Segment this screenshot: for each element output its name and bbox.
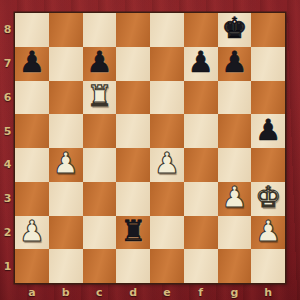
- file-label-b: b: [49, 284, 83, 300]
- square-h8[interactable]: [251, 13, 285, 47]
- board: ♚♟♟♟♟♜♟♟♟♟♚♟♜♟: [15, 13, 285, 283]
- square-d8[interactable]: [116, 13, 150, 47]
- square-f1[interactable]: [184, 249, 218, 283]
- square-c8[interactable]: [83, 13, 117, 47]
- piece-white-pawn-g3[interactable]: ♟: [221, 183, 247, 212]
- square-e3[interactable]: [150, 182, 184, 216]
- square-b6[interactable]: [49, 81, 83, 115]
- file-label-d: d: [116, 284, 150, 300]
- file-label-h: h: [251, 284, 285, 300]
- square-g5[interactable]: [218, 114, 252, 148]
- square-g3[interactable]: ♟: [218, 182, 252, 216]
- square-d4[interactable]: [116, 148, 150, 182]
- square-e1[interactable]: [150, 249, 184, 283]
- piece-black-pawn-h5[interactable]: ♟: [255, 116, 281, 145]
- file-label-e: e: [150, 284, 184, 300]
- file-labels: abcdefgh: [15, 284, 285, 300]
- square-g1[interactable]: [218, 249, 252, 283]
- square-c4[interactable]: [83, 148, 117, 182]
- square-h2[interactable]: ♟: [251, 216, 285, 250]
- square-a1[interactable]: [15, 249, 49, 283]
- file-label-f: f: [184, 284, 218, 300]
- square-g4[interactable]: [218, 148, 252, 182]
- file-label-a: a: [15, 284, 49, 300]
- square-f7[interactable]: ♟: [184, 47, 218, 81]
- square-f4[interactable]: [184, 148, 218, 182]
- square-b3[interactable]: [49, 182, 83, 216]
- rank-label-2: 2: [0, 216, 15, 250]
- square-a7[interactable]: ♟: [15, 47, 49, 81]
- file-label-g: g: [218, 284, 252, 300]
- square-b4[interactable]: ♟: [49, 148, 83, 182]
- square-f2[interactable]: [184, 216, 218, 250]
- square-f8[interactable]: [184, 13, 218, 47]
- square-c6[interactable]: ♜: [83, 81, 117, 115]
- square-h1[interactable]: [251, 249, 285, 283]
- square-f5[interactable]: [184, 114, 218, 148]
- square-d3[interactable]: [116, 182, 150, 216]
- piece-white-pawn-e4[interactable]: ♟: [154, 149, 180, 178]
- square-e4[interactable]: ♟: [150, 148, 184, 182]
- square-c7[interactable]: ♟: [83, 47, 117, 81]
- rank-label-8: 8: [0, 13, 15, 47]
- piece-white-pawn-h2[interactable]: ♟: [255, 217, 281, 246]
- square-e7[interactable]: [150, 47, 184, 81]
- square-h6[interactable]: [251, 81, 285, 115]
- square-h7[interactable]: [251, 47, 285, 81]
- square-h3[interactable]: ♚: [251, 182, 285, 216]
- square-b1[interactable]: [49, 249, 83, 283]
- square-e2[interactable]: [150, 216, 184, 250]
- square-h5[interactable]: ♟: [251, 114, 285, 148]
- square-e8[interactable]: [150, 13, 184, 47]
- square-c1[interactable]: [83, 249, 117, 283]
- rank-labels: 87654321: [0, 13, 15, 283]
- rank-label-5: 5: [0, 114, 15, 148]
- piece-white-pawn-a2[interactable]: ♟: [19, 217, 45, 246]
- square-a4[interactable]: [15, 148, 49, 182]
- square-a2[interactable]: ♟: [15, 216, 49, 250]
- square-e6[interactable]: [150, 81, 184, 115]
- square-b8[interactable]: [49, 13, 83, 47]
- piece-white-rook-c6[interactable]: ♜: [86, 82, 112, 111]
- square-b2[interactable]: [49, 216, 83, 250]
- square-b7[interactable]: [49, 47, 83, 81]
- square-g8[interactable]: ♚: [218, 13, 252, 47]
- chessboard-frame: 87654321 ♚♟♟♟♟♜♟♟♟♟♚♟♜♟ abcdefgh: [0, 0, 300, 300]
- square-a3[interactable]: [15, 182, 49, 216]
- square-b5[interactable]: [49, 114, 83, 148]
- square-g6[interactable]: [218, 81, 252, 115]
- rank-label-6: 6: [0, 81, 15, 115]
- square-h4[interactable]: [251, 148, 285, 182]
- square-c5[interactable]: [83, 114, 117, 148]
- file-label-c: c: [83, 284, 117, 300]
- square-a5[interactable]: [15, 114, 49, 148]
- square-a6[interactable]: [15, 81, 49, 115]
- piece-black-rook-d2[interactable]: ♜: [120, 217, 146, 246]
- square-d7[interactable]: [116, 47, 150, 81]
- square-g7[interactable]: ♟: [218, 47, 252, 81]
- piece-black-king-g8[interactable]: ♚: [221, 14, 247, 43]
- square-d1[interactable]: [116, 249, 150, 283]
- square-c3[interactable]: [83, 182, 117, 216]
- piece-black-pawn-g7[interactable]: ♟: [221, 48, 247, 77]
- rank-label-1: 1: [0, 249, 15, 283]
- piece-white-pawn-b4[interactable]: ♟: [53, 149, 79, 178]
- square-e5[interactable]: [150, 114, 184, 148]
- piece-black-pawn-a7[interactable]: ♟: [19, 48, 45, 77]
- square-a8[interactable]: [15, 13, 49, 47]
- piece-black-pawn-f7[interactable]: ♟: [188, 48, 214, 77]
- square-d2[interactable]: ♜: [116, 216, 150, 250]
- square-g2[interactable]: [218, 216, 252, 250]
- rank-label-7: 7: [0, 47, 15, 81]
- rank-label-3: 3: [0, 182, 15, 216]
- square-f3[interactable]: [184, 182, 218, 216]
- piece-white-king-h3[interactable]: ♚: [255, 183, 281, 212]
- square-d6[interactable]: [116, 81, 150, 115]
- square-d5[interactable]: [116, 114, 150, 148]
- square-c2[interactable]: [83, 216, 117, 250]
- rank-label-4: 4: [0, 148, 15, 182]
- piece-black-pawn-c7[interactable]: ♟: [86, 48, 112, 77]
- square-f6[interactable]: [184, 81, 218, 115]
